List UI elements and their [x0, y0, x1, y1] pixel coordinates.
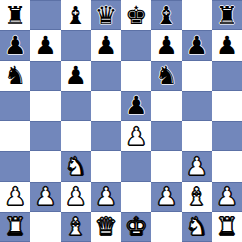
square-h7[interactable]: ♟	[212, 30, 242, 60]
piece-black-bishop[interactable]: ♝	[64, 3, 86, 28]
piece-white-pawn[interactable]: ♟	[95, 184, 117, 209]
piece-black-knight[interactable]: ♞	[4, 63, 26, 88]
piece-black-pawn[interactable]: ♟	[125, 93, 147, 118]
piece-black-knight[interactable]: ♞	[155, 63, 177, 88]
square-h4[interactable]	[212, 121, 242, 151]
square-b5[interactable]	[30, 91, 60, 121]
square-a6[interactable]: ♞	[0, 61, 30, 91]
square-d2[interactable]: ♟	[91, 182, 121, 212]
piece-black-rook[interactable]: ♜	[4, 3, 26, 28]
square-a7[interactable]: ♟	[0, 30, 30, 60]
piece-black-queen[interactable]: ♛	[95, 3, 117, 28]
piece-white-knight[interactable]: ♞	[64, 154, 86, 179]
piece-white-pawn[interactable]: ♟	[155, 184, 177, 209]
square-c1[interactable]: ♝	[61, 212, 91, 242]
square-e8[interactable]: ♚	[121, 0, 151, 30]
square-d3[interactable]	[91, 151, 121, 181]
piece-black-rook[interactable]: ♜	[216, 3, 238, 28]
square-g7[interactable]: ♟	[182, 30, 212, 60]
square-h3[interactable]	[212, 151, 242, 181]
square-f7[interactable]: ♟	[151, 30, 181, 60]
square-f1[interactable]	[151, 212, 181, 242]
square-g1[interactable]: ♞	[182, 212, 212, 242]
square-e3[interactable]	[121, 151, 151, 181]
square-g5[interactable]	[182, 91, 212, 121]
square-h2[interactable]: ♟	[212, 182, 242, 212]
square-b3[interactable]	[30, 151, 60, 181]
square-b2[interactable]: ♟	[30, 182, 60, 212]
square-b6[interactable]	[30, 61, 60, 91]
square-f2[interactable]: ♟	[151, 182, 181, 212]
square-e5[interactable]: ♟	[121, 91, 151, 121]
square-e6[interactable]	[121, 61, 151, 91]
square-e4[interactable]: ♟	[121, 121, 151, 151]
square-g2[interactable]: ♝	[182, 182, 212, 212]
square-d8[interactable]: ♛	[91, 0, 121, 30]
square-h8[interactable]: ♜	[212, 0, 242, 30]
piece-black-king[interactable]: ♚	[125, 3, 147, 28]
square-f3[interactable]	[151, 151, 181, 181]
piece-white-bishop[interactable]: ♝	[185, 184, 207, 209]
piece-white-pawn[interactable]: ♟	[34, 184, 56, 209]
square-f6[interactable]: ♞	[151, 61, 181, 91]
square-g3[interactable]: ♟	[182, 151, 212, 181]
square-d4[interactable]	[91, 121, 121, 151]
piece-black-pawn[interactable]: ♟	[185, 33, 207, 58]
piece-white-pawn[interactable]: ♟	[64, 184, 86, 209]
square-c8[interactable]: ♝	[61, 0, 91, 30]
square-b4[interactable]	[30, 121, 60, 151]
piece-white-queen[interactable]: ♛	[95, 214, 117, 239]
square-g4[interactable]	[182, 121, 212, 151]
piece-white-rook[interactable]: ♜	[216, 214, 238, 239]
square-a3[interactable]	[0, 151, 30, 181]
square-f8[interactable]: ♝	[151, 0, 181, 30]
square-g8[interactable]	[182, 0, 212, 30]
square-h6[interactable]	[212, 61, 242, 91]
square-e1[interactable]: ♚	[121, 212, 151, 242]
square-a2[interactable]: ♟	[0, 182, 30, 212]
square-f5[interactable]	[151, 91, 181, 121]
piece-black-pawn[interactable]: ♟	[155, 33, 177, 58]
piece-black-pawn[interactable]: ♟	[64, 63, 86, 88]
square-b7[interactable]: ♟	[30, 30, 60, 60]
square-h5[interactable]	[212, 91, 242, 121]
square-c6[interactable]: ♟	[61, 61, 91, 91]
square-a5[interactable]	[0, 91, 30, 121]
square-c2[interactable]: ♟	[61, 182, 91, 212]
square-b1[interactable]	[30, 212, 60, 242]
square-f4[interactable]	[151, 121, 181, 151]
piece-white-rook[interactable]: ♜	[4, 214, 26, 239]
piece-black-pawn[interactable]: ♟	[216, 33, 238, 58]
square-e7[interactable]	[121, 30, 151, 60]
square-d5[interactable]	[91, 91, 121, 121]
piece-black-pawn[interactable]: ♟	[95, 33, 117, 58]
square-c7[interactable]	[61, 30, 91, 60]
square-b8[interactable]	[30, 0, 60, 30]
square-c3[interactable]: ♞	[61, 151, 91, 181]
square-g6[interactable]	[182, 61, 212, 91]
square-c5[interactable]	[61, 91, 91, 121]
piece-white-bishop[interactable]: ♝	[64, 214, 86, 239]
square-d6[interactable]	[91, 61, 121, 91]
piece-black-pawn[interactable]: ♟	[4, 33, 26, 58]
piece-white-knight[interactable]: ♞	[185, 214, 207, 239]
piece-black-bishop[interactable]: ♝	[155, 3, 177, 28]
chess-board: ♜♝♛♚♝♜♟♟♟♟♟♟♞♟♞♟♟♞♟♟♟♟♟♟♝♟♜♝♛♚♞♜	[0, 0, 242, 242]
square-d7[interactable]: ♟	[91, 30, 121, 60]
square-c4[interactable]	[61, 121, 91, 151]
piece-white-pawn[interactable]: ♟	[216, 184, 238, 209]
square-a8[interactable]: ♜	[0, 0, 30, 30]
piece-white-pawn[interactable]: ♟	[185, 154, 207, 179]
square-h1[interactable]: ♜	[212, 212, 242, 242]
square-e2[interactable]	[121, 182, 151, 212]
piece-white-pawn[interactable]: ♟	[4, 184, 26, 209]
square-d1[interactable]: ♛	[91, 212, 121, 242]
piece-black-pawn[interactable]: ♟	[34, 33, 56, 58]
piece-white-pawn[interactable]: ♟	[125, 124, 147, 149]
square-a4[interactable]	[0, 121, 30, 151]
square-a1[interactable]: ♜	[0, 212, 30, 242]
piece-white-king[interactable]: ♚	[125, 214, 147, 239]
